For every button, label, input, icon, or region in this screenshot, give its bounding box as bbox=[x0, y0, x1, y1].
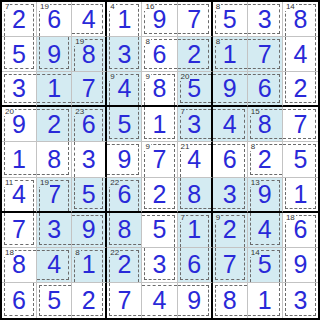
cage-sum-label: 21 bbox=[180, 142, 191, 151]
cell-digit: 4 bbox=[153, 288, 167, 313]
cell-r5c5[interactable]: 97 bbox=[142, 142, 177, 177]
cage-sum-label: 8 bbox=[74, 248, 80, 257]
cell-r2c1[interactable]: 5 bbox=[2, 37, 37, 72]
cell-r9c2[interactable]: 5 bbox=[37, 283, 72, 318]
cell-r1c4[interactable]: 41 bbox=[107, 2, 142, 37]
cage-sum-label: 20 bbox=[4, 107, 15, 116]
cell-r2c2[interactable]: 9 bbox=[37, 37, 72, 72]
cell-r7c2[interactable]: 3 bbox=[37, 213, 72, 248]
cage-sum-label: 7 bbox=[180, 213, 186, 222]
cell-r7c6[interactable]: 71 bbox=[178, 213, 213, 248]
cell-r8c9[interactable]: 9 bbox=[283, 248, 318, 283]
cell-digit: 2 bbox=[82, 288, 96, 313]
cell-digit: 5 bbox=[12, 42, 26, 67]
cell-r8c3[interactable]: 81 bbox=[72, 248, 107, 283]
cell-r4c7[interactable]: 4 bbox=[213, 107, 248, 142]
cell-digit: 6 bbox=[153, 42, 167, 67]
cell-r7c7[interactable]: 92 bbox=[213, 213, 248, 248]
cell-digit: 2 bbox=[153, 182, 167, 207]
cell-r1c5[interactable]: 169 bbox=[142, 2, 177, 37]
cage-sum-label: 9 bbox=[144, 142, 150, 151]
cell-digit: 2 bbox=[223, 217, 237, 242]
cage-sum-label: 8 bbox=[215, 2, 221, 11]
cell-r6c2[interactable]: 197 bbox=[37, 178, 72, 213]
cell-digit: 9 bbox=[187, 288, 201, 313]
cell-digit: 4 bbox=[258, 217, 272, 242]
cell-r7c9[interactable]: 186 bbox=[283, 213, 318, 248]
cell-digit: 7 bbox=[293, 112, 307, 137]
cage-sum-label: 19 bbox=[39, 2, 50, 11]
cell-digit: 3 bbox=[117, 42, 131, 67]
cell-digit: 7 bbox=[187, 7, 201, 32]
cell-r5c9[interactable]: 5 bbox=[283, 142, 318, 177]
cell-digit: 5 bbox=[223, 7, 237, 32]
cell-r9c5[interactable]: 4 bbox=[142, 283, 177, 318]
cell-digit: 5 bbox=[153, 217, 167, 242]
cell-r1c6[interactable]: 7 bbox=[178, 2, 213, 37]
cell-r2c6[interactable]: 2 bbox=[178, 37, 213, 72]
cell-digit: 9 bbox=[293, 252, 307, 277]
cage-sum-label: 13 bbox=[250, 178, 261, 187]
cell-r2c3[interactable]: 198 bbox=[72, 37, 107, 72]
cell-r8c8[interactable]: 145 bbox=[248, 248, 283, 283]
cage-sum-label: 20 bbox=[180, 72, 191, 81]
cell-r5c4[interactable]: 9 bbox=[107, 142, 142, 177]
cell-digit: 2 bbox=[47, 112, 61, 137]
cell-r3c8[interactable]: 6 bbox=[248, 72, 283, 107]
cell-digit: 6 bbox=[12, 288, 26, 313]
cage-sum-label: 8 bbox=[144, 37, 150, 46]
cell-digit: 3 bbox=[12, 76, 26, 101]
cage-sum-label: 11 bbox=[4, 178, 14, 187]
cage-sum-label: 8 bbox=[215, 37, 221, 46]
cell-r7c3[interactable]: 9 bbox=[72, 213, 107, 248]
cell-r4c9[interactable]: 7 bbox=[283, 107, 318, 142]
cell-r8c1[interactable]: 188 bbox=[2, 248, 37, 283]
cell-digit: 7 bbox=[82, 76, 96, 101]
cell-digit: 1 bbox=[187, 217, 201, 242]
cell-r3c3[interactable]: 7 bbox=[72, 72, 107, 107]
cell-r2c9[interactable]: 4 bbox=[283, 37, 318, 72]
cell-digit: 1 bbox=[82, 252, 96, 277]
cell-r4c8[interactable]: 158 bbox=[248, 107, 283, 142]
cell-digit: 6 bbox=[223, 147, 237, 172]
cell-digit: 6 bbox=[187, 252, 201, 277]
cell-digit: 2 bbox=[12, 7, 26, 32]
cell-digit: 5 bbox=[117, 112, 131, 137]
cell-r3c9[interactable]: 2 bbox=[283, 72, 318, 107]
cell-digit: 5 bbox=[47, 288, 61, 313]
cell-digit: 1 bbox=[12, 147, 26, 172]
cell-r9c6[interactable]: 9 bbox=[178, 283, 213, 318]
cell-digit: 9 bbox=[47, 42, 61, 67]
cell-digit: 4 bbox=[117, 76, 131, 101]
cell-digit: 3 bbox=[293, 288, 307, 313]
cell-digit: 9 bbox=[223, 76, 237, 101]
cell-r2c8[interactable]: 7 bbox=[248, 37, 283, 72]
cell-r6c3[interactable]: 5 bbox=[72, 178, 107, 213]
cell-r5c1[interactable]: 1 bbox=[2, 142, 37, 177]
killer-sudoku-board: 7219644116978531485919838628174317949820… bbox=[0, 0, 320, 320]
cell-r7c4[interactable]: 8 bbox=[107, 213, 142, 248]
cell-r8c4[interactable]: 222 bbox=[107, 248, 142, 283]
cell-digit: 3 bbox=[153, 252, 167, 277]
cage-sum-label: 18 bbox=[4, 248, 15, 257]
cell-digit: 4 bbox=[223, 112, 237, 137]
cell-digit: 7 bbox=[223, 252, 237, 277]
cell-r3c4[interactable]: 94 bbox=[107, 72, 142, 107]
cell-r9c3[interactable]: 2 bbox=[72, 283, 107, 318]
cell-r1c1[interactable]: 72 bbox=[2, 2, 37, 37]
cage-sum-label: 19 bbox=[74, 37, 85, 46]
cell-r4c6[interactable]: 73 bbox=[178, 107, 213, 142]
cell-digit: 5 bbox=[293, 147, 307, 172]
cell-digit: 1 bbox=[223, 42, 237, 67]
cage-sum-label: 14 bbox=[285, 2, 296, 11]
cage-sum-label: 8 bbox=[250, 142, 256, 151]
cell-r5c6[interactable]: 214 bbox=[178, 142, 213, 177]
cell-r8c6[interactable]: 6 bbox=[178, 248, 213, 283]
cell-digit: 4 bbox=[293, 42, 307, 67]
cell-r9c1[interactable]: 6 bbox=[2, 283, 37, 318]
cell-r7c5[interactable]: 5 bbox=[142, 213, 177, 248]
cell-r3c5[interactable]: 98 bbox=[142, 72, 177, 107]
cage-sum-label: 7 bbox=[4, 2, 10, 11]
cell-digit: 2 bbox=[258, 147, 272, 172]
cage-sum-label: 18 bbox=[285, 213, 296, 222]
cell-digit: 1 bbox=[47, 76, 61, 101]
cell-r3c1[interactable]: 3 bbox=[2, 72, 37, 107]
cell-digit: 8 bbox=[223, 288, 237, 313]
cell-digit: 9 bbox=[82, 217, 96, 242]
cell-digit: 3 bbox=[47, 217, 61, 242]
cell-digit: 7 bbox=[258, 42, 272, 67]
cell-digit: 2 bbox=[293, 76, 307, 101]
cell-r1c8[interactable]: 3 bbox=[248, 2, 283, 37]
cell-r2c5[interactable]: 86 bbox=[142, 37, 177, 72]
cell-digit: 1 bbox=[117, 7, 131, 32]
cell-digit: 3 bbox=[223, 182, 237, 207]
cell-r7c8[interactable]: 4 bbox=[248, 213, 283, 248]
cage-sum-label: 19 bbox=[39, 178, 50, 187]
cell-digit: 8 bbox=[47, 147, 61, 172]
cell-digit: 4 bbox=[47, 252, 61, 277]
cell-digit: 3 bbox=[187, 112, 201, 137]
cage-sum-label: 7 bbox=[180, 107, 186, 116]
cell-r3c7[interactable]: 9 bbox=[213, 72, 248, 107]
cell-r1c3[interactable]: 4 bbox=[72, 2, 107, 37]
cage-sum-label: 9 bbox=[144, 72, 150, 81]
cell-r8c2[interactable]: 4 bbox=[37, 248, 72, 283]
cell-digit: 7 bbox=[117, 288, 131, 313]
cage-sum-label: 23 bbox=[74, 107, 85, 116]
cell-r5c8[interactable]: 82 bbox=[248, 142, 283, 177]
cell-r5c7[interactable]: 6 bbox=[213, 142, 248, 177]
cell-digit: 4 bbox=[82, 7, 96, 32]
cell-r1c9[interactable]: 148 bbox=[283, 2, 318, 37]
cell-r4c4[interactable]: 5 bbox=[107, 107, 142, 142]
cell-r9c7[interactable]: 8 bbox=[213, 283, 248, 318]
cell-digit: 1 bbox=[258, 288, 272, 313]
cell-r6c1[interactable]: 114 bbox=[2, 178, 37, 213]
cell-r6c9[interactable]: 1 bbox=[283, 178, 318, 213]
cage-sum-label: 14 bbox=[250, 248, 261, 257]
cell-digit: 3 bbox=[258, 7, 272, 32]
cage-sum-label: 22 bbox=[109, 178, 120, 187]
cell-r4c2[interactable]: 2 bbox=[37, 107, 72, 142]
cell-r6c8[interactable]: 139 bbox=[248, 178, 283, 213]
cell-r4c1[interactable]: 209 bbox=[2, 107, 37, 142]
cell-r9c9[interactable]: 3 bbox=[283, 283, 318, 318]
cell-r8c5[interactable]: 3 bbox=[142, 248, 177, 283]
cell-r1c2[interactable]: 196 bbox=[37, 2, 72, 37]
cell-digit: 8 bbox=[187, 182, 201, 207]
cell-digit: 1 bbox=[293, 182, 307, 207]
cell-digit: 6 bbox=[258, 76, 272, 101]
cell-r1c7[interactable]: 85 bbox=[213, 2, 248, 37]
cell-r7c1[interactable]: 7 bbox=[2, 213, 37, 248]
cell-r2c4[interactable]: 3 bbox=[107, 37, 142, 72]
cage-sum-label: 4 bbox=[109, 2, 115, 11]
cell-r4c3[interactable]: 236 bbox=[72, 107, 107, 142]
cell-digit: 8 bbox=[153, 76, 167, 101]
cell-r5c2[interactable]: 8 bbox=[37, 142, 72, 177]
cell-digit: 3 bbox=[82, 147, 96, 172]
cell-digit: 8 bbox=[117, 217, 131, 242]
cage-sum-label: 16 bbox=[144, 2, 155, 11]
cage-sum-label: 22 bbox=[109, 248, 120, 257]
cell-digit: 5 bbox=[82, 182, 96, 207]
cell-r4c5[interactable]: 1 bbox=[142, 107, 177, 142]
cell-r9c8[interactable]: 1 bbox=[248, 283, 283, 318]
cell-digit: 9 bbox=[117, 147, 131, 172]
cell-r5c3[interactable]: 3 bbox=[72, 142, 107, 177]
cell-digit: 7 bbox=[12, 217, 26, 242]
cell-r6c7[interactable]: 3 bbox=[213, 178, 248, 213]
cell-r3c2[interactable]: 1 bbox=[37, 72, 72, 107]
cell-r8c7[interactable]: 7 bbox=[213, 248, 248, 283]
cage-sum-label: 15 bbox=[250, 107, 261, 116]
cell-r2c7[interactable]: 81 bbox=[213, 37, 248, 72]
cell-r6c5[interactable]: 2 bbox=[142, 178, 177, 213]
cell-digit: 7 bbox=[153, 147, 167, 172]
cell-r6c6[interactable]: 8 bbox=[178, 178, 213, 213]
cell-digit: 1 bbox=[153, 112, 167, 137]
cell-r3c6[interactable]: 205 bbox=[178, 72, 213, 107]
cell-r6c4[interactable]: 226 bbox=[107, 178, 142, 213]
cage-sum-label: 9 bbox=[109, 72, 115, 81]
cage-sum-label: 9 bbox=[215, 213, 221, 222]
cell-r9c4[interactable]: 7 bbox=[107, 283, 142, 318]
cell-digit: 2 bbox=[187, 42, 201, 67]
